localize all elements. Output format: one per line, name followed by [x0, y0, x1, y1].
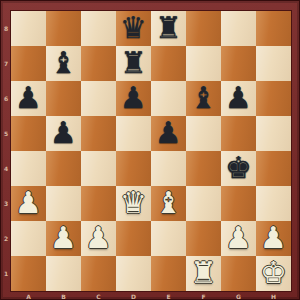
square-a7[interactable]: [11, 46, 46, 81]
white-pawn-b2: ♟: [46, 221, 81, 256]
square-g5[interactable]: [221, 116, 256, 151]
square-g4[interactable]: ♚: [221, 151, 256, 186]
square-h7[interactable]: [256, 46, 291, 81]
square-h2[interactable]: ♟: [256, 221, 291, 256]
square-a2[interactable]: [11, 221, 46, 256]
rank-label-4: 4: [1, 151, 11, 186]
square-h3[interactable]: [256, 186, 291, 221]
square-g2[interactable]: ♟: [221, 221, 256, 256]
square-a5[interactable]: [11, 116, 46, 151]
square-c1[interactable]: [81, 256, 116, 291]
square-g6[interactable]: ♟: [221, 81, 256, 116]
square-c2[interactable]: ♟: [81, 221, 116, 256]
file-label-h: H: [256, 291, 291, 300]
square-b4[interactable]: [46, 151, 81, 186]
square-f1[interactable]: ♜: [186, 256, 221, 291]
rank-label-5: 5: [1, 116, 11, 151]
black-bishop-b7: ♝: [46, 46, 81, 81]
square-d7[interactable]: ♜: [116, 46, 151, 81]
rank-label-3: 3: [1, 186, 11, 221]
square-d3[interactable]: ♛: [116, 186, 151, 221]
square-f6[interactable]: ♝: [186, 81, 221, 116]
black-pawn-b5: ♟: [46, 116, 81, 151]
square-a1[interactable]: [11, 256, 46, 291]
square-e1[interactable]: [151, 256, 186, 291]
square-b5[interactable]: ♟: [46, 116, 81, 151]
square-b2[interactable]: ♟: [46, 221, 81, 256]
square-f8[interactable]: [186, 11, 221, 46]
rank-label-8: 8: [1, 11, 11, 46]
file-label-a: A: [11, 291, 46, 300]
square-f3[interactable]: [186, 186, 221, 221]
white-bishop-e3: ♝: [151, 186, 186, 221]
square-g1[interactable]: [221, 256, 256, 291]
square-f5[interactable]: [186, 116, 221, 151]
white-pawn-g2: ♟: [221, 221, 256, 256]
file-label-b: B: [46, 291, 81, 300]
black-pawn-e5: ♟: [151, 116, 186, 151]
rank-label-2: 2: [1, 221, 11, 256]
square-a6[interactable]: ♟: [11, 81, 46, 116]
square-a4[interactable]: [11, 151, 46, 186]
rank-label-7: 7: [1, 46, 11, 81]
square-g7[interactable]: [221, 46, 256, 81]
square-e6[interactable]: [151, 81, 186, 116]
square-h8[interactable]: [256, 11, 291, 46]
square-e8[interactable]: ♜: [151, 11, 186, 46]
square-d2[interactable]: [116, 221, 151, 256]
square-d6[interactable]: ♟: [116, 81, 151, 116]
chess-board-frame: 87654321 ABCDEFGH ♛♜♝♜♟♟♝♟♟♟♚♟♛♝♟♟♟♟♜♚: [0, 0, 300, 300]
square-c3[interactable]: [81, 186, 116, 221]
black-king-g4: ♚: [221, 151, 256, 186]
white-queen-d3: ♛: [116, 186, 151, 221]
square-d4[interactable]: [116, 151, 151, 186]
file-label-e: E: [151, 291, 186, 300]
black-rook-d7: ♜: [116, 46, 151, 81]
square-e2[interactable]: [151, 221, 186, 256]
file-label-d: D: [116, 291, 151, 300]
black-queen-d8: ♛: [116, 11, 151, 46]
square-d8[interactable]: ♛: [116, 11, 151, 46]
square-h6[interactable]: [256, 81, 291, 116]
rank-label-6: 6: [1, 81, 11, 116]
square-f4[interactable]: [186, 151, 221, 186]
square-h4[interactable]: [256, 151, 291, 186]
square-c5[interactable]: [81, 116, 116, 151]
square-d1[interactable]: [116, 256, 151, 291]
white-rook-f1: ♜: [186, 256, 221, 291]
square-e4[interactable]: [151, 151, 186, 186]
square-b1[interactable]: [46, 256, 81, 291]
square-b3[interactable]: [46, 186, 81, 221]
square-d5[interactable]: [116, 116, 151, 151]
board: ♛♜♝♜♟♟♝♟♟♟♚♟♛♝♟♟♟♟♜♚: [11, 11, 291, 291]
rank-labels: 87654321: [1, 11, 11, 291]
black-pawn-a6: ♟: [11, 81, 46, 116]
square-a3[interactable]: ♟: [11, 186, 46, 221]
square-g8[interactable]: [221, 11, 256, 46]
file-labels: ABCDEFGH: [11, 291, 291, 300]
file-label-g: G: [221, 291, 256, 300]
square-c6[interactable]: [81, 81, 116, 116]
rank-label-1: 1: [1, 256, 11, 291]
square-h1[interactable]: ♚: [256, 256, 291, 291]
square-a8[interactable]: [11, 11, 46, 46]
square-b7[interactable]: ♝: [46, 46, 81, 81]
square-f7[interactable]: [186, 46, 221, 81]
white-pawn-c2: ♟: [81, 221, 116, 256]
square-e3[interactable]: ♝: [151, 186, 186, 221]
square-e5[interactable]: ♟: [151, 116, 186, 151]
white-pawn-h2: ♟: [256, 221, 291, 256]
square-e7[interactable]: [151, 46, 186, 81]
black-pawn-g6: ♟: [221, 81, 256, 116]
square-b6[interactable]: [46, 81, 81, 116]
black-rook-e8: ♜: [151, 11, 186, 46]
square-h5[interactable]: [256, 116, 291, 151]
file-label-c: C: [81, 291, 116, 300]
black-pawn-d6: ♟: [116, 81, 151, 116]
square-c4[interactable]: [81, 151, 116, 186]
square-c7[interactable]: [81, 46, 116, 81]
white-king-h1: ♚: [256, 256, 291, 291]
square-b8[interactable]: [46, 11, 81, 46]
file-label-f: F: [186, 291, 221, 300]
black-bishop-f6: ♝: [186, 81, 221, 116]
square-c8[interactable]: [81, 11, 116, 46]
square-g3[interactable]: [221, 186, 256, 221]
white-pawn-a3: ♟: [11, 186, 46, 221]
square-f2[interactable]: [186, 221, 221, 256]
